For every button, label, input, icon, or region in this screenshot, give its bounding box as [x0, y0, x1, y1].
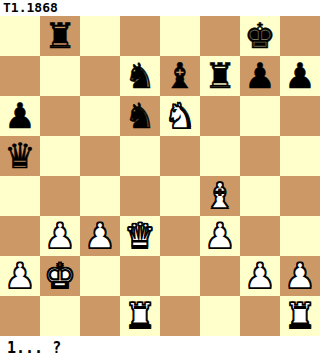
square-c7[interactable] — [80, 56, 120, 96]
square-a4[interactable] — [0, 176, 40, 216]
square-g2[interactable]: ♟ — [240, 256, 280, 296]
piece-white-bishop[interactable]: ♝ — [204, 176, 235, 216]
square-d4[interactable] — [120, 176, 160, 216]
piece-black-queen[interactable]: ♛ — [4, 136, 35, 176]
square-f2[interactable] — [200, 256, 240, 296]
square-a7[interactable] — [0, 56, 40, 96]
square-c8[interactable] — [80, 16, 120, 56]
piece-white-pawn[interactable]: ♟ — [44, 216, 75, 256]
square-b1[interactable] — [40, 296, 80, 336]
piece-white-pawn[interactable]: ♟ — [204, 216, 235, 256]
square-e7[interactable]: ♝ — [160, 56, 200, 96]
square-a2[interactable]: ♟ — [0, 256, 40, 296]
piece-white-pawn[interactable]: ♟ — [244, 256, 275, 296]
piece-white-pawn[interactable]: ♟ — [84, 216, 115, 256]
square-e6[interactable]: ♞ — [160, 96, 200, 136]
square-h7[interactable]: ♟ — [280, 56, 320, 96]
square-f1[interactable] — [200, 296, 240, 336]
piece-black-pawn[interactable]: ♟ — [4, 96, 35, 136]
square-a1[interactable] — [0, 296, 40, 336]
piece-black-knight[interactable]: ♞ — [124, 96, 155, 136]
square-e8[interactable] — [160, 16, 200, 56]
piece-white-knight[interactable]: ♞ — [164, 96, 195, 136]
piece-black-pawn[interactable]: ♟ — [244, 56, 275, 96]
square-f7[interactable]: ♜ — [200, 56, 240, 96]
move-prompt: 1... ? — [0, 336, 320, 360]
square-g7[interactable]: ♟ — [240, 56, 280, 96]
puzzle-title: T1.1868 — [0, 0, 320, 16]
square-b2[interactable]: ♚ — [40, 256, 80, 296]
square-c5[interactable] — [80, 136, 120, 176]
square-d5[interactable] — [120, 136, 160, 176]
square-h8[interactable] — [280, 16, 320, 56]
square-g6[interactable] — [240, 96, 280, 136]
square-e4[interactable] — [160, 176, 200, 216]
square-h4[interactable] — [280, 176, 320, 216]
piece-white-queen[interactable]: ♛ — [124, 216, 155, 256]
piece-white-king[interactable]: ♚ — [44, 256, 75, 296]
square-g1[interactable] — [240, 296, 280, 336]
square-h2[interactable]: ♟ — [280, 256, 320, 296]
square-e3[interactable] — [160, 216, 200, 256]
piece-white-pawn[interactable]: ♟ — [4, 256, 35, 296]
square-c2[interactable] — [80, 256, 120, 296]
piece-black-rook[interactable]: ♜ — [204, 56, 235, 96]
square-f8[interactable] — [200, 16, 240, 56]
piece-white-pawn[interactable]: ♟ — [284, 256, 315, 296]
square-b6[interactable] — [40, 96, 80, 136]
square-d8[interactable] — [120, 16, 160, 56]
square-g4[interactable] — [240, 176, 280, 216]
square-h1[interactable]: ♜ — [280, 296, 320, 336]
square-c3[interactable]: ♟ — [80, 216, 120, 256]
square-f3[interactable]: ♟ — [200, 216, 240, 256]
piece-black-rook[interactable]: ♜ — [44, 16, 75, 56]
square-a3[interactable] — [0, 216, 40, 256]
square-c4[interactable] — [80, 176, 120, 216]
square-g3[interactable] — [240, 216, 280, 256]
square-b4[interactable] — [40, 176, 80, 216]
square-e5[interactable] — [160, 136, 200, 176]
piece-white-rook[interactable]: ♜ — [124, 296, 155, 336]
piece-black-pawn[interactable]: ♟ — [284, 56, 315, 96]
square-b5[interactable] — [40, 136, 80, 176]
square-f6[interactable] — [200, 96, 240, 136]
square-a8[interactable] — [0, 16, 40, 56]
square-a6[interactable]: ♟ — [0, 96, 40, 136]
square-h3[interactable] — [280, 216, 320, 256]
square-e2[interactable] — [160, 256, 200, 296]
square-g5[interactable] — [240, 136, 280, 176]
square-a5[interactable]: ♛ — [0, 136, 40, 176]
piece-white-rook[interactable]: ♜ — [284, 296, 315, 336]
square-d1[interactable]: ♜ — [120, 296, 160, 336]
square-h6[interactable] — [280, 96, 320, 136]
square-d3[interactable]: ♛ — [120, 216, 160, 256]
square-f5[interactable] — [200, 136, 240, 176]
square-d6[interactable]: ♞ — [120, 96, 160, 136]
chess-board: ♜♚♞♝♜♟♟♟♞♞♛♝♟♟♛♟♟♚♟♟♜♜ — [0, 16, 320, 336]
square-d7[interactable]: ♞ — [120, 56, 160, 96]
square-c1[interactable] — [80, 296, 120, 336]
piece-black-king[interactable]: ♚ — [244, 16, 275, 56]
square-g8[interactable]: ♚ — [240, 16, 280, 56]
square-f4[interactable]: ♝ — [200, 176, 240, 216]
square-e1[interactable] — [160, 296, 200, 336]
piece-black-knight[interactable]: ♞ — [124, 56, 155, 96]
square-d2[interactable] — [120, 256, 160, 296]
square-h5[interactable] — [280, 136, 320, 176]
square-b7[interactable] — [40, 56, 80, 96]
square-b3[interactable]: ♟ — [40, 216, 80, 256]
square-b8[interactable]: ♜ — [40, 16, 80, 56]
square-c6[interactable] — [80, 96, 120, 136]
piece-black-bishop[interactable]: ♝ — [164, 56, 195, 96]
